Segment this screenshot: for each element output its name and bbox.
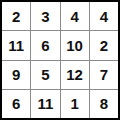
grid-cell-r1c2[interactable]: 3 <box>31 2 59 30</box>
grid-cell-r2c4[interactable]: 2 <box>90 31 118 59</box>
grid-cell-r1c4[interactable]: 4 <box>90 2 118 30</box>
grid-cell-r4c2[interactable]: 11 <box>31 90 59 118</box>
grid-cell-r2c1[interactable]: 11 <box>2 31 30 59</box>
grid-cell-r3c3[interactable]: 12 <box>61 61 89 89</box>
grid-cell-r3c2[interactable]: 5 <box>31 61 59 89</box>
grid-cell-r1c3[interactable]: 4 <box>61 2 89 30</box>
grid-cell-r4c4[interactable]: 8 <box>90 90 118 118</box>
grid-cell-r4c1[interactable]: 6 <box>2 90 30 118</box>
grid-cell-r4c3[interactable]: 1 <box>61 90 89 118</box>
grid-cell-r1c1[interactable]: 2 <box>2 2 30 30</box>
grid-cell-r2c3[interactable]: 10 <box>61 31 89 59</box>
grid-cell-r2c2[interactable]: 6 <box>31 31 59 59</box>
number-grid-board: 23441161029512761118 <box>0 0 120 120</box>
grid-cell-r3c1[interactable]: 9 <box>2 61 30 89</box>
grid-cell-r3c4[interactable]: 7 <box>90 61 118 89</box>
